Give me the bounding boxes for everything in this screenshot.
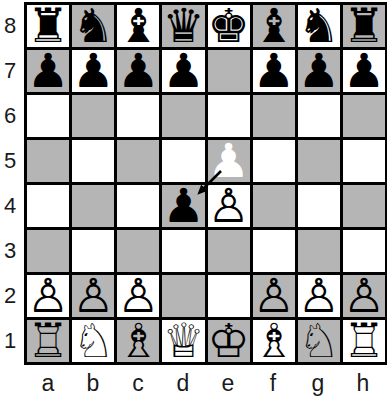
square-c6: [117, 95, 159, 137]
piece-white-pawn: ♙: [117, 275, 159, 317]
piece-white-pawn: ♙: [253, 275, 295, 317]
square-a4: [27, 185, 69, 227]
piece-black-pawn: ♟: [162, 185, 204, 227]
rank-label-2: 2: [0, 275, 20, 317]
piece-black-rook: ♜: [27, 5, 69, 47]
square-f2: ♙: [253, 275, 295, 317]
square-c4: [117, 185, 159, 227]
rank-label-1: 1: [0, 320, 20, 362]
piece-black-knight: ♞: [298, 5, 340, 47]
square-e8: ♚: [208, 5, 250, 47]
square-d4: ♟: [162, 185, 204, 227]
square-b3: [72, 230, 114, 272]
square-a7: ♟: [27, 50, 69, 92]
rank-label-6: 6: [0, 95, 20, 137]
piece-white-pawn: ♙: [208, 185, 250, 227]
square-h6: [343, 95, 385, 137]
rank-label-8: 8: [0, 5, 20, 47]
square-g1: ♘: [298, 320, 340, 362]
piece-black-pawn: ♟: [162, 50, 204, 92]
piece-black-pawn: ♟: [27, 50, 69, 92]
file-label-g: g: [297, 368, 339, 398]
square-d1: ♕: [162, 320, 204, 362]
square-a6: [27, 95, 69, 137]
piece-black-bishop: ♝: [117, 5, 159, 47]
piece-white-rook: ♖: [27, 320, 69, 362]
piece-white-knight: ♘: [72, 320, 114, 362]
square-f6: [253, 95, 295, 137]
square-f8: ♝: [253, 5, 295, 47]
rank-label-7: 7: [0, 50, 20, 92]
square-f7: ♟: [253, 50, 295, 92]
piece-black-pawn: ♟: [72, 50, 114, 92]
piece-black-pawn: ♟: [298, 50, 340, 92]
file-label-b: b: [72, 368, 114, 398]
square-g6: [298, 95, 340, 137]
square-h7: ♟: [343, 50, 385, 92]
piece-white-pawn: ♙: [298, 275, 340, 317]
piece-white-pawn: ♙: [343, 275, 385, 317]
file-label-c: c: [117, 368, 159, 398]
file-label-f: f: [252, 368, 294, 398]
piece-black-pawn: ♟: [343, 50, 385, 92]
square-e1: ♔: [208, 320, 250, 362]
square-d6: [162, 95, 204, 137]
piece-white-bishop: ♗: [253, 320, 295, 362]
square-a2: ♙: [27, 275, 69, 317]
rank-label-4: 4: [0, 185, 20, 227]
square-a5: [27, 140, 69, 182]
square-h5: [343, 140, 385, 182]
square-c7: ♟: [117, 50, 159, 92]
square-c1: ♗: [117, 320, 159, 362]
piece-white-pawn: ♟: [208, 140, 250, 182]
square-h1: ♖: [343, 320, 385, 362]
piece-white-bishop: ♗: [117, 320, 159, 362]
piece-black-bishop: ♝: [253, 5, 295, 47]
square-f1: ♗: [253, 320, 295, 362]
piece-white-queen: ♕: [162, 320, 204, 362]
piece-white-pawn: ♙: [72, 275, 114, 317]
square-b6: [72, 95, 114, 137]
square-a1: ♖: [27, 320, 69, 362]
file-label-a: a: [27, 368, 69, 398]
square-h4: [343, 185, 385, 227]
file-label-h: h: [342, 368, 384, 398]
piece-black-king: ♚: [208, 5, 250, 47]
square-e5: ♟: [208, 140, 250, 182]
square-e7: [208, 50, 250, 92]
piece-white-rook: ♖: [343, 320, 385, 362]
square-b4: [72, 185, 114, 227]
square-b2: ♙: [72, 275, 114, 317]
square-d8: ♛: [162, 5, 204, 47]
square-g2: ♙: [298, 275, 340, 317]
square-b7: ♟: [72, 50, 114, 92]
square-g3: [298, 230, 340, 272]
square-h3: [343, 230, 385, 272]
square-f5: [253, 140, 295, 182]
square-b8: ♞: [72, 5, 114, 47]
square-g5: [298, 140, 340, 182]
square-a3: [27, 230, 69, 272]
piece-black-pawn: ♟: [253, 50, 295, 92]
square-d5: [162, 140, 204, 182]
piece-white-knight: ♘: [298, 320, 340, 362]
square-e2: [208, 275, 250, 317]
square-b1: ♘: [72, 320, 114, 362]
square-c8: ♝: [117, 5, 159, 47]
square-f3: [253, 230, 295, 272]
piece-black-pawn: ♟: [117, 50, 159, 92]
square-f4: [253, 185, 295, 227]
square-a8: ♜: [27, 5, 69, 47]
square-g8: ♞: [298, 5, 340, 47]
square-c3: [117, 230, 159, 272]
rank-label-5: 5: [0, 140, 20, 182]
square-d7: ♟: [162, 50, 204, 92]
square-e3: [208, 230, 250, 272]
square-b5: [72, 140, 114, 182]
rank-label-3: 3: [0, 230, 20, 272]
piece-black-rook: ♜: [343, 5, 385, 47]
square-c5: [117, 140, 159, 182]
square-e4: ♙: [208, 185, 250, 227]
piece-white-pawn: ♙: [27, 275, 69, 317]
piece-black-knight: ♞: [72, 5, 114, 47]
file-label-e: e: [207, 368, 249, 398]
square-d3: [162, 230, 204, 272]
square-h2: ♙: [343, 275, 385, 317]
file-label-d: d: [162, 368, 204, 398]
square-d2: [162, 275, 204, 317]
square-g7: ♟: [298, 50, 340, 92]
piece-white-king: ♔: [208, 320, 250, 362]
chess-board: ♜♞♝♛♚♝♞♜♟♟♟♟♟♟♟♟♟♙♙♙♙♙♙♙♖♘♗♕♔♗♘♖: [24, 2, 387, 365]
square-h8: ♜: [343, 5, 385, 47]
square-g4: [298, 185, 340, 227]
piece-black-queen: ♛: [162, 5, 204, 47]
square-e6: [208, 95, 250, 137]
chess-diagram: 87654321 ♜♞♝♛♚♝♞♜♟♟♟♟♟♟♟♟♟♙♙♙♙♙♙♙♖♘♗♕♔♗♘…: [0, 0, 391, 400]
square-c2: ♙: [117, 275, 159, 317]
